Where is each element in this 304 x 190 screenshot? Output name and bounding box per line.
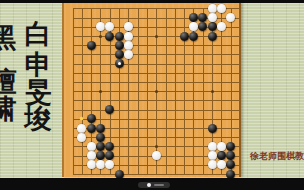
white-stone — [189, 22, 198, 31]
black-stone — [115, 50, 124, 59]
white-stone — [226, 13, 235, 22]
star-point — [211, 90, 214, 93]
black-stone — [105, 151, 114, 160]
watermark-text: 徐老师围棋教室 — [250, 150, 304, 163]
white-stone — [105, 22, 114, 31]
white-stone — [208, 160, 217, 169]
grid-line-vertical — [166, 8, 167, 175]
black-stone — [198, 13, 207, 22]
player-label-char: 啸 — [0, 95, 18, 122]
black-stone — [189, 32, 198, 41]
black-stone — [189, 13, 198, 22]
black-stone — [87, 41, 96, 50]
white-stone — [77, 124, 86, 133]
white-stone — [87, 142, 96, 151]
star-point — [155, 145, 158, 148]
player-label-char: 申 — [23, 51, 53, 78]
white-stone — [217, 4, 226, 13]
white-stone — [217, 142, 226, 151]
white-stone — [124, 50, 133, 59]
black-stone — [226, 151, 235, 160]
progress-mark — [154, 184, 164, 186]
black-stone — [208, 22, 217, 31]
player-label-char: 埈 — [23, 105, 53, 132]
star-point — [155, 35, 158, 38]
black-player-label: 黑檀啸 — [0, 24, 18, 122]
black-stone — [217, 151, 226, 160]
black-stone — [96, 133, 105, 142]
black-stone — [198, 22, 207, 31]
grid-line-vertical — [240, 8, 241, 175]
black-stone — [115, 41, 124, 50]
white-stone — [87, 160, 96, 169]
black-stone — [105, 105, 114, 114]
black-stone — [115, 32, 124, 41]
grid-line-vertical — [175, 8, 176, 175]
player-label-char: 檀 — [0, 68, 18, 95]
white-stone — [96, 160, 105, 169]
white-stone — [208, 13, 217, 22]
white-stone — [217, 160, 226, 169]
star-point — [155, 90, 158, 93]
player-label-char: 黑 — [0, 24, 18, 51]
black-stone — [87, 114, 96, 123]
black-stone — [226, 142, 235, 151]
player-label-char: 白 — [23, 20, 53, 47]
white-stone — [77, 133, 86, 142]
grid-line-horizontal — [73, 110, 241, 111]
grid-line-vertical — [203, 8, 204, 175]
white-stone — [208, 151, 217, 160]
white-stone — [124, 32, 133, 41]
white-stone — [87, 151, 96, 160]
player-label-char: 旻 — [23, 78, 53, 105]
black-stone — [226, 160, 235, 169]
mini-player-controls[interactable] — [138, 182, 170, 188]
white-stone — [152, 151, 161, 160]
play-indicator-icon — [147, 183, 151, 187]
black-stone — [105, 142, 114, 151]
black-stone — [96, 151, 105, 160]
black-stone — [96, 124, 105, 133]
black-stone — [87, 124, 96, 133]
white-stone — [96, 22, 105, 31]
star-point — [99, 90, 102, 93]
go-board[interactable] — [62, 3, 241, 177]
grid-line-horizontal — [73, 119, 241, 120]
last-move-marker — [118, 62, 121, 65]
white-stone — [124, 41, 133, 50]
white-stone — [208, 142, 217, 151]
black-stone — [208, 124, 217, 133]
black-stone — [208, 32, 217, 41]
black-stone — [105, 32, 114, 41]
white-stone — [105, 160, 114, 169]
grid-line-horizontal — [73, 174, 241, 175]
white-stone — [217, 22, 226, 31]
white-player-label: 白申旻埈 — [23, 20, 53, 132]
grid-line-horizontal — [73, 100, 241, 101]
highlight-dot — [80, 117, 83, 120]
black-stone — [180, 32, 189, 41]
star-point — [99, 35, 102, 38]
white-stone — [208, 4, 217, 13]
black-stone — [96, 142, 105, 151]
white-stone — [124, 22, 133, 31]
